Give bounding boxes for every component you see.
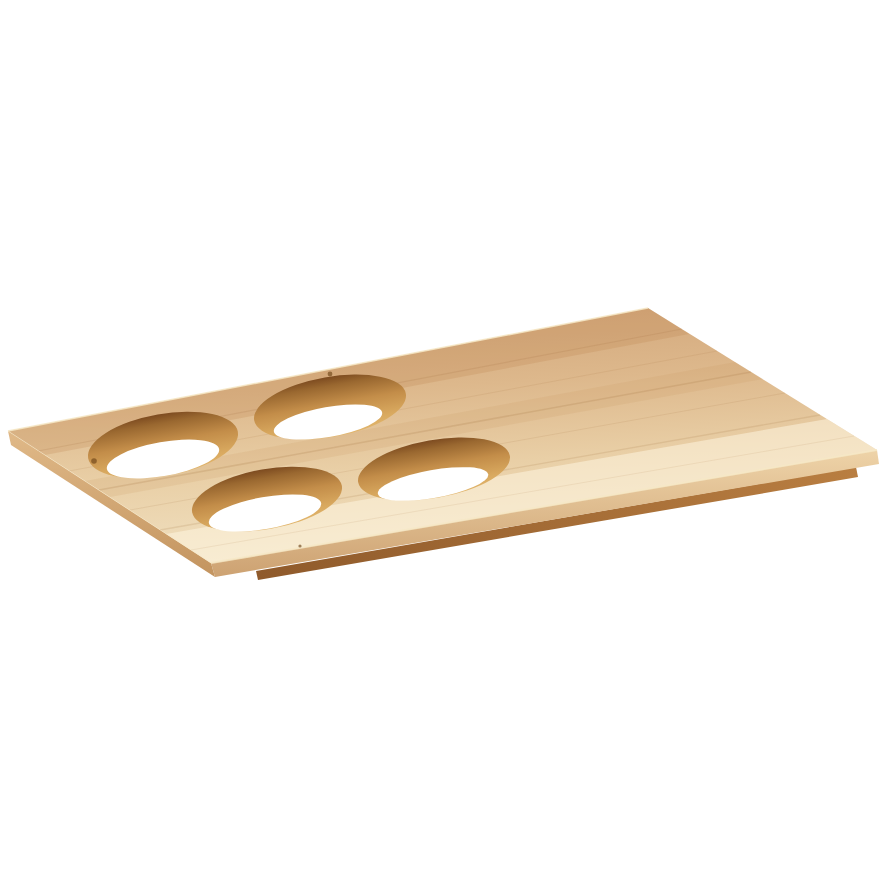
wooden-board-graphic bbox=[0, 0, 890, 890]
knot bbox=[328, 372, 333, 377]
knot bbox=[298, 544, 301, 547]
product-photo bbox=[0, 0, 890, 890]
knot bbox=[91, 458, 97, 464]
